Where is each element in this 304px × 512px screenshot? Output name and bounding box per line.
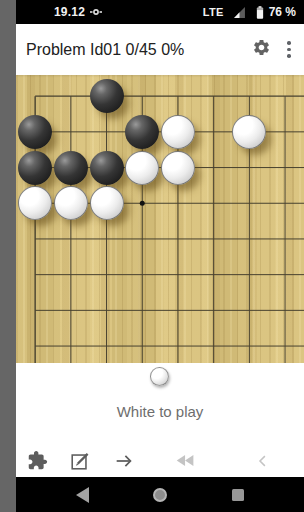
puzzle-icon	[27, 450, 48, 474]
white-stone[interactable]	[232, 115, 266, 149]
go-board[interactable]	[16, 75, 304, 363]
board-cell-a4[interactable]	[17, 185, 53, 221]
board-cell-f4[interactable]	[196, 185, 232, 221]
white-stone[interactable]	[125, 151, 159, 185]
board-cell-c4[interactable]	[89, 185, 125, 221]
board-cell-e4[interactable]	[160, 185, 196, 221]
board-cell-g4[interactable]	[231, 185, 267, 221]
battery-icon	[255, 5, 265, 20]
board-cell-a6[interactable]	[17, 257, 53, 293]
next-button[interactable]	[104, 448, 144, 476]
board-cell-h1[interactable]	[267, 78, 303, 114]
board-cell-d3[interactable]	[124, 150, 160, 186]
board-cell-d8[interactable]	[124, 328, 160, 364]
board-cell-e6[interactable]	[160, 257, 196, 293]
board-cell-a1[interactable]	[17, 78, 53, 114]
home-circle-icon	[153, 488, 167, 502]
rewind-button[interactable]	[165, 448, 205, 476]
board-cell-e7[interactable]	[160, 292, 196, 328]
white-stone[interactable]	[54, 186, 88, 220]
black-stone[interactable]	[54, 151, 88, 185]
overflow-menu-button[interactable]	[278, 30, 304, 70]
info-area: White to play	[16, 363, 304, 477]
board-cell-h2[interactable]	[267, 114, 303, 150]
page-title: Problem Id01 0/45 0%	[26, 41, 184, 59]
black-stone[interactable]	[90, 79, 124, 113]
board-cell-f6[interactable]	[196, 257, 232, 293]
board-cell-c7[interactable]	[89, 292, 125, 328]
board-cell-b2[interactable]	[53, 114, 89, 150]
board-cell-f8[interactable]	[196, 328, 232, 364]
board-cell-e2[interactable]	[160, 114, 196, 150]
white-stone[interactable]	[161, 115, 195, 149]
board-cell-d6[interactable]	[124, 257, 160, 293]
app-screen: 19.12 LTE	[16, 0, 304, 512]
board-cell-g2[interactable]	[231, 114, 267, 150]
board-cell-c3[interactable]	[89, 150, 125, 186]
black-stone[interactable]	[18, 115, 52, 149]
board-cell-g1[interactable]	[231, 78, 267, 114]
black-stone[interactable]	[125, 115, 159, 149]
board-cell-h4[interactable]	[267, 185, 303, 221]
board-cell-h3[interactable]	[267, 150, 303, 186]
network-type-label: LTE	[203, 6, 224, 18]
board-cell-d4[interactable]	[124, 185, 160, 221]
black-stone[interactable]	[90, 151, 124, 185]
to-play-message: White to play	[16, 403, 304, 420]
board-cell-c6[interactable]	[89, 257, 125, 293]
board-cell-e3[interactable]	[160, 150, 196, 186]
board-cell-a8[interactable]	[17, 328, 53, 364]
white-stone[interactable]	[90, 186, 124, 220]
android-nav-bar	[16, 477, 304, 512]
app-bar: Problem Id01 0/45 0%	[16, 24, 304, 75]
board-cell-h6[interactable]	[267, 257, 303, 293]
undo-move-button[interactable]	[243, 448, 283, 476]
board-cell-h5[interactable]	[267, 221, 303, 257]
board-cell-a7[interactable]	[17, 292, 53, 328]
next-stone-white	[150, 367, 169, 386]
board-cell-b4[interactable]	[53, 185, 89, 221]
board-cell-g5[interactable]	[231, 221, 267, 257]
vpn-key-icon	[90, 6, 102, 18]
white-stone[interactable]	[161, 151, 195, 185]
board-cell-f2[interactable]	[196, 114, 232, 150]
problems-button[interactable]	[17, 448, 57, 476]
nav-home-button[interactable]	[150, 485, 170, 505]
nav-back-button[interactable]	[72, 485, 92, 505]
board-cell-b5[interactable]	[53, 221, 89, 257]
board-cell-b3[interactable]	[53, 150, 89, 186]
board-cell-d5[interactable]	[124, 221, 160, 257]
back-triangle-icon	[76, 487, 89, 503]
board-cell-g7[interactable]	[231, 292, 267, 328]
board-cell-g8[interactable]	[231, 328, 267, 364]
board-cell-c5[interactable]	[89, 221, 125, 257]
board-cell-f3[interactable]	[196, 150, 232, 186]
edit-icon	[69, 450, 91, 475]
overflow-menu-icon	[287, 41, 291, 58]
board-cell-b1[interactable]	[53, 78, 89, 114]
toolbar	[16, 448, 304, 476]
board-cell-e1[interactable]	[160, 78, 196, 114]
white-stone[interactable]	[18, 186, 52, 220]
board-cell-e5[interactable]	[160, 221, 196, 257]
chevron-left-icon	[254, 452, 272, 473]
black-stone[interactable]	[18, 151, 52, 185]
board-cell-c8[interactable]	[89, 328, 125, 364]
board-cell-b7[interactable]	[53, 292, 89, 328]
signal-strength-icon	[233, 6, 246, 19]
board-cell-a3[interactable]	[17, 150, 53, 186]
battery-percent-label: 76 %	[269, 5, 296, 19]
nav-recents-button[interactable]	[228, 485, 248, 505]
settings-button[interactable]	[244, 30, 278, 70]
board-cell-b6[interactable]	[53, 257, 89, 293]
board-cell-e8[interactable]	[160, 328, 196, 364]
board-cell-b8[interactable]	[53, 328, 89, 364]
board-cell-d2[interactable]	[124, 114, 160, 150]
board-cell-g3[interactable]	[231, 150, 267, 186]
board-grid	[17, 78, 303, 364]
status-bar: 19.12 LTE	[16, 0, 304, 24]
arrow-right-icon	[113, 450, 135, 475]
board-cell-f1[interactable]	[196, 78, 232, 114]
board-cell-h8[interactable]	[267, 328, 303, 364]
edit-button[interactable]	[60, 448, 100, 476]
recents-square-icon	[232, 489, 244, 501]
gear-icon	[252, 38, 271, 61]
board-cell-a2[interactable]	[17, 114, 53, 150]
clock: 19.12	[54, 5, 85, 19]
board-cell-h7[interactable]	[267, 292, 303, 328]
board-cell-f5[interactable]	[196, 221, 232, 257]
board-cell-d7[interactable]	[124, 292, 160, 328]
board-cell-d1[interactable]	[124, 78, 160, 114]
board-cell-g6[interactable]	[231, 257, 267, 293]
board-cell-f7[interactable]	[196, 292, 232, 328]
board-cell-a5[interactable]	[17, 221, 53, 257]
board-cell-c1[interactable]	[89, 78, 125, 114]
board-cell-c2[interactable]	[89, 114, 125, 150]
fast-rewind-icon	[175, 450, 196, 474]
